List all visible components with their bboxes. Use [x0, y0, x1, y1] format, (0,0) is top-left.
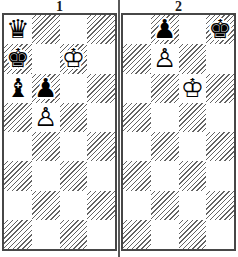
square-2-r6c1: [123, 161, 151, 190]
square-1-r3c4: [87, 74, 115, 103]
square-1-r2c3: ♚♔: [60, 44, 88, 73]
board-1: ♛♛♚♚♚♔♝♝♟♟♟♙: [2, 13, 117, 251]
square-1-r7c4: [87, 191, 115, 220]
chess-diagrams-page: 1 2 ♛♛♚♚♚♔♝♝♟♟♟♙ ♟♟♚♚♟♙♚♔: [0, 0, 238, 257]
square-2-r3c1: [123, 74, 151, 103]
white-pawn-glyph: ♙: [32, 103, 60, 132]
square-1-r3c3: [60, 74, 88, 103]
square-1-r3c1: ♝♝: [4, 74, 32, 103]
square-2-r6c3: [179, 161, 207, 190]
black-king-glyph: ♚: [4, 44, 32, 73]
square-1-r4c3: [60, 103, 88, 132]
square-1-r2c2: [32, 44, 60, 73]
square-2-r2c3: [179, 44, 207, 73]
square-2-r1c2: ♟♟: [151, 15, 179, 44]
square-1-r1c1: ♛♛: [4, 15, 32, 44]
square-1-r7c3: [60, 191, 88, 220]
square-2-r5c4: [206, 132, 234, 161]
black-queen: ♛♛: [4, 15, 32, 44]
square-1-r5c1: [4, 132, 32, 161]
white-pawn: ♟♙: [32, 103, 60, 132]
white-pawn: ♟♙: [151, 44, 179, 73]
square-1-r3c2: ♟♟: [32, 74, 60, 103]
square-1-r5c2: [32, 132, 60, 161]
black-pawn: ♟♟: [32, 74, 60, 103]
square-1-r5c4: [87, 132, 115, 161]
white-king-glyph: ♔: [179, 74, 207, 103]
square-2-r7c3: [179, 191, 207, 220]
black-pawn: ♟♟: [151, 15, 179, 44]
square-2-r3c3: ♚♔: [179, 74, 207, 103]
square-1-r2c1: ♚♚: [4, 44, 32, 73]
square-2-r3c2: [151, 74, 179, 103]
square-1-r6c1: [4, 161, 32, 190]
board-2: ♟♟♚♚♟♙♚♔: [121, 13, 236, 251]
square-2-r5c1: [123, 132, 151, 161]
square-2-r3c4: [206, 74, 234, 103]
diagram-2-number: 2: [119, 0, 238, 13]
square-1-r1c2: [32, 15, 60, 44]
square-2-r2c1: [123, 44, 151, 73]
square-1-r2c4: [87, 44, 115, 73]
square-2-r4c3: [179, 103, 207, 132]
square-1-r4c4: [87, 103, 115, 132]
square-2-r8c1: [123, 220, 151, 249]
square-2-r8c3: [179, 220, 207, 249]
black-pawn-glyph: ♟: [151, 15, 179, 44]
square-2-r4c1: [123, 103, 151, 132]
square-1-r8c2: [32, 220, 60, 249]
black-queen-glyph: ♛: [4, 15, 32, 44]
square-1-r7c1: [4, 191, 32, 220]
square-1-r4c1: [4, 103, 32, 132]
square-1-r6c3: [60, 161, 88, 190]
square-2-r5c3: [179, 132, 207, 161]
square-1-r8c1: [4, 220, 32, 249]
square-1-r6c2: [32, 161, 60, 190]
square-2-r2c4: [206, 44, 234, 73]
square-2-r5c2: [151, 132, 179, 161]
square-1-r8c3: [60, 220, 88, 249]
white-king: ♚♔: [60, 44, 88, 73]
square-2-r7c2: [151, 191, 179, 220]
square-1-r1c3: [60, 15, 88, 44]
square-1-r8c4: [87, 220, 115, 249]
black-bishop: ♝♝: [4, 74, 32, 103]
black-pawn-glyph: ♟: [32, 74, 60, 103]
square-1-r7c2: [32, 191, 60, 220]
square-1-r1c4: [87, 15, 115, 44]
square-1-r5c3: [60, 132, 88, 161]
black-king: ♚♚: [206, 15, 234, 44]
black-king-glyph: ♚: [206, 15, 234, 44]
white-pawn-glyph: ♙: [151, 44, 179, 73]
square-2-r4c2: [151, 103, 179, 132]
square-1-r6c4: [87, 161, 115, 190]
square-2-r1c3: [179, 15, 207, 44]
square-2-r2c2: ♟♙: [151, 44, 179, 73]
square-2-r7c4: [206, 191, 234, 220]
black-king: ♚♚: [4, 44, 32, 73]
diagram-1-number: 1: [0, 0, 119, 13]
square-2-r1c1: [123, 15, 151, 44]
square-2-r6c2: [151, 161, 179, 190]
column-divider: [118, 0, 120, 257]
black-bishop-glyph: ♝: [4, 74, 32, 103]
square-2-r8c4: [206, 220, 234, 249]
square-2-r1c4: ♚♚: [206, 15, 234, 44]
square-2-r6c4: [206, 161, 234, 190]
white-king: ♚♔: [179, 74, 207, 103]
square-2-r8c2: [151, 220, 179, 249]
square-2-r7c1: [123, 191, 151, 220]
square-2-r4c4: [206, 103, 234, 132]
square-1-r4c2: ♟♙: [32, 103, 60, 132]
white-king-glyph: ♔: [60, 44, 88, 73]
